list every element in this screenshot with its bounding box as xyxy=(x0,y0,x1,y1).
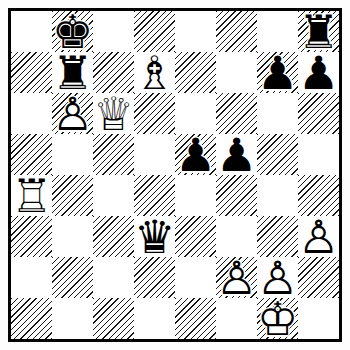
square-g4[interactable] xyxy=(257,175,298,216)
white-rook-icon: ♖ xyxy=(11,175,52,216)
square-f4[interactable] xyxy=(216,175,257,216)
chess-diagram-page: ♚♜♜♝♗♟♟♟♙♛♕♟♟♜♖♛♟♙♟♙♟♙♚♔ xyxy=(0,0,350,350)
white-pawn-fill-glyph: ♟ xyxy=(52,93,93,134)
square-h4[interactable] xyxy=(298,175,339,216)
black-queen-icon: ♛ xyxy=(134,216,175,257)
square-c5[interactable] xyxy=(93,134,134,175)
square-a2[interactable] xyxy=(11,257,52,298)
square-d6[interactable] xyxy=(134,93,175,134)
square-g7[interactable]: ♟ xyxy=(257,52,298,93)
white-pawn-icon: ♙ xyxy=(298,216,339,257)
square-g6[interactable] xyxy=(257,93,298,134)
square-e6[interactable] xyxy=(175,93,216,134)
piece-white-king: ♚♔ xyxy=(257,298,298,339)
square-h1[interactable] xyxy=(298,298,339,339)
square-a6[interactable] xyxy=(11,93,52,134)
black-rook-icon: ♜ xyxy=(52,52,93,93)
square-f5[interactable]: ♟ xyxy=(216,134,257,175)
black-pawn-icon: ♟ xyxy=(216,134,257,175)
square-a4[interactable]: ♜♖ xyxy=(11,175,52,216)
square-a8[interactable] xyxy=(11,11,52,52)
square-d2[interactable] xyxy=(134,257,175,298)
piece-black-pawn: ♟ xyxy=(298,52,339,93)
square-e3[interactable] xyxy=(175,216,216,257)
piece-white-queen: ♛♕ xyxy=(93,93,134,134)
square-b2[interactable] xyxy=(52,257,93,298)
black-pawn-icon: ♟ xyxy=(298,52,339,93)
square-a5[interactable] xyxy=(11,134,52,175)
square-c7[interactable] xyxy=(93,52,134,93)
white-pawn-fill-glyph: ♟ xyxy=(216,257,257,298)
piece-black-pawn: ♟ xyxy=(175,134,216,175)
square-b5[interactable] xyxy=(52,134,93,175)
square-f7[interactable] xyxy=(216,52,257,93)
square-f1[interactable] xyxy=(216,298,257,339)
square-d1[interactable] xyxy=(134,298,175,339)
square-e7[interactable] xyxy=(175,52,216,93)
square-f6[interactable] xyxy=(216,93,257,134)
piece-white-pawn: ♟♙ xyxy=(216,257,257,298)
square-a7[interactable] xyxy=(11,52,52,93)
square-h8[interactable]: ♜ xyxy=(298,11,339,52)
square-g8[interactable] xyxy=(257,11,298,52)
square-a3[interactable] xyxy=(11,216,52,257)
square-f2[interactable]: ♟♙ xyxy=(216,257,257,298)
black-rook-icon: ♜ xyxy=(298,11,339,52)
square-e2[interactable] xyxy=(175,257,216,298)
white-queen-fill-glyph: ♛ xyxy=(93,93,134,134)
white-queen-icon: ♕ xyxy=(93,93,134,134)
piece-white-pawn: ♟♙ xyxy=(257,257,298,298)
white-pawn-icon: ♙ xyxy=(216,257,257,298)
white-pawn-icon: ♙ xyxy=(257,257,298,298)
square-g1[interactable]: ♚♔ xyxy=(257,298,298,339)
square-h7[interactable]: ♟ xyxy=(298,52,339,93)
white-pawn-fill-glyph: ♟ xyxy=(257,257,298,298)
piece-black-queen: ♛ xyxy=(134,216,175,257)
black-king-icon: ♚ xyxy=(52,11,93,52)
square-f3[interactable] xyxy=(216,216,257,257)
white-king-icon: ♔ xyxy=(257,298,298,339)
square-b8[interactable]: ♚ xyxy=(52,11,93,52)
square-d7[interactable]: ♝♗ xyxy=(134,52,175,93)
piece-white-bishop: ♝♗ xyxy=(134,52,175,93)
piece-black-rook: ♜ xyxy=(52,52,93,93)
white-pawn-icon: ♙ xyxy=(52,93,93,134)
black-pawn-icon: ♟ xyxy=(257,52,298,93)
square-e5[interactable]: ♟ xyxy=(175,134,216,175)
square-a1[interactable] xyxy=(11,298,52,339)
chess-board: ♚♜♜♝♗♟♟♟♙♛♕♟♟♜♖♛♟♙♟♙♟♙♚♔ xyxy=(11,11,339,339)
square-e4[interactable] xyxy=(175,175,216,216)
square-c1[interactable] xyxy=(93,298,134,339)
square-c8[interactable] xyxy=(93,11,134,52)
black-pawn-icon: ♟ xyxy=(175,134,216,175)
square-c4[interactable] xyxy=(93,175,134,216)
square-h2[interactable] xyxy=(298,257,339,298)
piece-black-king: ♚ xyxy=(52,11,93,52)
square-b1[interactable] xyxy=(52,298,93,339)
piece-black-rook: ♜ xyxy=(298,11,339,52)
square-d5[interactable] xyxy=(134,134,175,175)
square-c2[interactable] xyxy=(93,257,134,298)
square-h3[interactable]: ♟♙ xyxy=(298,216,339,257)
piece-white-rook: ♜♖ xyxy=(11,175,52,216)
square-g3[interactable] xyxy=(257,216,298,257)
square-c3[interactable] xyxy=(93,216,134,257)
square-d3[interactable]: ♛ xyxy=(134,216,175,257)
square-e1[interactable] xyxy=(175,298,216,339)
piece-white-pawn: ♟♙ xyxy=(298,216,339,257)
piece-black-pawn: ♟ xyxy=(216,134,257,175)
white-bishop-icon: ♗ xyxy=(134,52,175,93)
square-b4[interactable] xyxy=(52,175,93,216)
white-bishop-fill-glyph: ♝ xyxy=(134,52,175,93)
square-b3[interactable] xyxy=(52,216,93,257)
white-rook-fill-glyph: ♜ xyxy=(11,175,52,216)
square-c6[interactable]: ♛♕ xyxy=(93,93,134,134)
square-g2[interactable]: ♟♙ xyxy=(257,257,298,298)
piece-black-pawn: ♟ xyxy=(257,52,298,93)
square-b6[interactable]: ♟♙ xyxy=(52,93,93,134)
square-f8[interactable] xyxy=(216,11,257,52)
square-h5[interactable] xyxy=(298,134,339,175)
square-b7[interactable]: ♜ xyxy=(52,52,93,93)
square-g5[interactable] xyxy=(257,134,298,175)
square-d8[interactable] xyxy=(134,11,175,52)
square-h6[interactable] xyxy=(298,93,339,134)
white-pawn-fill-glyph: ♟ xyxy=(298,216,339,257)
chess-board-frame: ♚♜♜♝♗♟♟♟♙♛♕♟♟♜♖♛♟♙♟♙♟♙♚♔ xyxy=(8,8,342,342)
square-e8[interactable] xyxy=(175,11,216,52)
white-king-fill-glyph: ♚ xyxy=(257,298,298,339)
piece-white-pawn: ♟♙ xyxy=(52,93,93,134)
square-d4[interactable] xyxy=(134,175,175,216)
